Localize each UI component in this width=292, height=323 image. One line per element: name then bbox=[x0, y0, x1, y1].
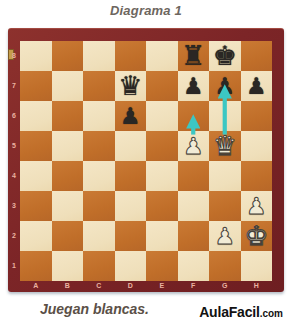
chess-lesson-diagram: Diagrama 1 ♜♚♛♟♟♟♟♟♛♟♟♚ 87654321 ABCDEFG… bbox=[0, 0, 292, 323]
black-king-g8: ♚ bbox=[209, 41, 241, 71]
file-label-f: F bbox=[178, 281, 210, 292]
square-g6 bbox=[209, 101, 241, 131]
square-a2 bbox=[20, 221, 52, 251]
square-h1 bbox=[241, 251, 273, 281]
square-d5 bbox=[115, 131, 147, 161]
square-e8 bbox=[146, 41, 178, 71]
square-h2: ♚ bbox=[241, 221, 273, 251]
white-king-h2: ♚ bbox=[241, 221, 273, 251]
square-g7: ♟ bbox=[209, 71, 241, 101]
rank-label-6: 6 bbox=[8, 101, 20, 131]
rank-label-4: 4 bbox=[8, 161, 20, 191]
square-f2 bbox=[178, 221, 210, 251]
file-label-d: D bbox=[115, 281, 147, 292]
square-f3 bbox=[178, 191, 210, 221]
square-g3 bbox=[209, 191, 241, 221]
square-g1 bbox=[209, 251, 241, 281]
file-label-e: E bbox=[146, 281, 178, 292]
square-a4 bbox=[20, 161, 52, 191]
square-c4 bbox=[83, 161, 115, 191]
black-pawn-f7: ♟ bbox=[178, 71, 210, 101]
square-d2 bbox=[115, 221, 147, 251]
square-a8 bbox=[20, 41, 52, 71]
square-f4 bbox=[178, 161, 210, 191]
square-b8 bbox=[52, 41, 84, 71]
square-e5 bbox=[146, 131, 178, 161]
square-b3 bbox=[52, 191, 84, 221]
side-to-move-caption: Juegan blancas. bbox=[40, 301, 149, 317]
square-f7: ♟ bbox=[178, 71, 210, 101]
file-label-b: B bbox=[52, 281, 84, 292]
square-c2 bbox=[83, 221, 115, 251]
brand-name: AulaFacil bbox=[199, 304, 259, 320]
square-b5 bbox=[52, 131, 84, 161]
rank-label-2: 2 bbox=[8, 221, 20, 251]
file-label-c: C bbox=[83, 281, 115, 292]
rank-label-5: 5 bbox=[8, 131, 20, 161]
square-e3 bbox=[146, 191, 178, 221]
square-h3: ♟ bbox=[241, 191, 273, 221]
square-d4 bbox=[115, 161, 147, 191]
square-d6: ♟ bbox=[115, 101, 147, 131]
square-b4 bbox=[52, 161, 84, 191]
square-g5: ♛ bbox=[209, 131, 241, 161]
square-b7 bbox=[52, 71, 84, 101]
square-c8 bbox=[83, 41, 115, 71]
square-g2: ♟ bbox=[209, 221, 241, 251]
square-f8: ♜ bbox=[178, 41, 210, 71]
black-pawn-h7: ♟ bbox=[241, 71, 273, 101]
rank-label-3: 3 bbox=[8, 191, 20, 221]
square-d8 bbox=[115, 41, 147, 71]
square-g8: ♚ bbox=[209, 41, 241, 71]
square-f5: ♟ bbox=[178, 131, 210, 161]
file-label-h: H bbox=[241, 281, 273, 292]
square-a3 bbox=[20, 191, 52, 221]
square-d3 bbox=[115, 191, 147, 221]
square-a5 bbox=[20, 131, 52, 161]
rank-label-8: 8 bbox=[8, 41, 20, 71]
square-e7 bbox=[146, 71, 178, 101]
square-c1 bbox=[83, 251, 115, 281]
square-b6 bbox=[52, 101, 84, 131]
square-h8 bbox=[241, 41, 273, 71]
black-rook-f8: ♜ bbox=[178, 41, 210, 71]
file-label-a: A bbox=[20, 281, 52, 292]
square-a7 bbox=[20, 71, 52, 101]
white-queen-g5: ♛ bbox=[209, 131, 241, 161]
rank-label-7: 7 bbox=[8, 71, 20, 101]
black-pawn-g7: ♟ bbox=[209, 71, 241, 101]
square-c3 bbox=[83, 191, 115, 221]
white-pawn-g2: ♟ bbox=[209, 221, 241, 251]
board-squares: ♜♚♛♟♟♟♟♟♛♟♟♚ bbox=[20, 41, 272, 281]
rank-label-1: 1 bbox=[8, 251, 20, 281]
rank-labels: 87654321 bbox=[8, 41, 20, 281]
square-e1 bbox=[146, 251, 178, 281]
brand-suffix: .com bbox=[260, 308, 283, 319]
square-c7 bbox=[83, 71, 115, 101]
square-e2 bbox=[146, 221, 178, 251]
square-a6 bbox=[20, 101, 52, 131]
aulafacil-logo: AulaFacil.com bbox=[199, 303, 283, 321]
square-h6 bbox=[241, 101, 273, 131]
white-pawn-h3: ♟ bbox=[241, 191, 273, 221]
black-queen-d7: ♛ bbox=[115, 71, 147, 101]
black-pawn-d6: ♟ bbox=[115, 101, 147, 131]
file-label-g: G bbox=[209, 281, 241, 292]
square-h5 bbox=[241, 131, 273, 161]
diagram-title: Diagrama 1 bbox=[0, 3, 292, 18]
square-a1 bbox=[20, 251, 52, 281]
chess-board-frame: ♜♚♛♟♟♟♟♟♛♟♟♚ 87654321 ABCDEFGH bbox=[8, 28, 284, 292]
square-b1 bbox=[52, 251, 84, 281]
square-d1 bbox=[115, 251, 147, 281]
square-c6 bbox=[83, 101, 115, 131]
square-f6 bbox=[178, 101, 210, 131]
file-labels: ABCDEFGH bbox=[20, 281, 272, 292]
square-b2 bbox=[52, 221, 84, 251]
square-g4 bbox=[209, 161, 241, 191]
square-c5 bbox=[83, 131, 115, 161]
square-d7: ♛ bbox=[115, 71, 147, 101]
square-f1 bbox=[178, 251, 210, 281]
white-pawn-f5: ♟ bbox=[178, 131, 210, 161]
square-e4 bbox=[146, 161, 178, 191]
square-h4 bbox=[241, 161, 273, 191]
square-e6 bbox=[146, 101, 178, 131]
square-h7: ♟ bbox=[241, 71, 273, 101]
